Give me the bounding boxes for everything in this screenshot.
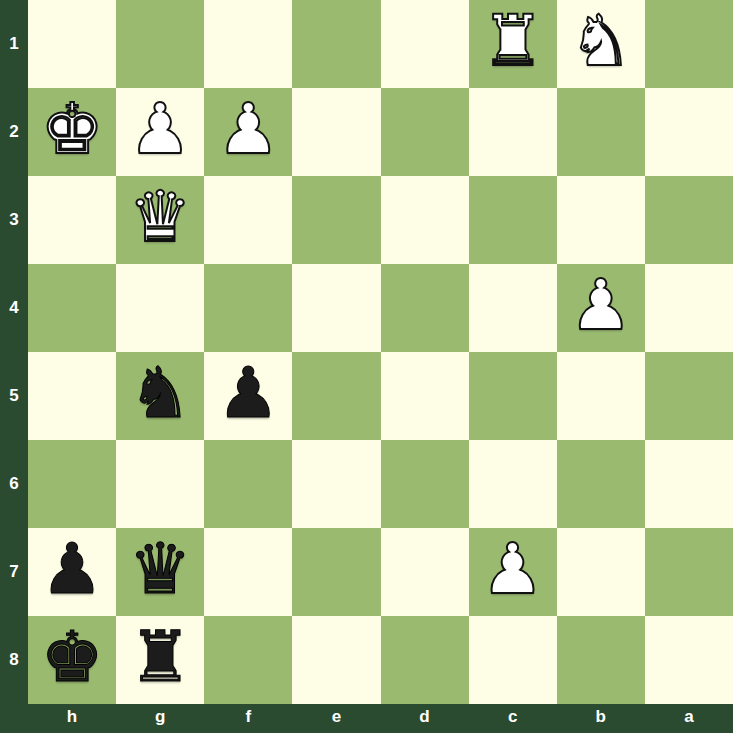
white-pawn[interactable]: ♟ (481, 525, 544, 613)
board-grid: ♜♞♚♟♟♛♟♞♟♟♛♟♚♜ (28, 0, 733, 704)
square-g4[interactable] (116, 264, 204, 352)
square-g5[interactable]: ♞ (116, 352, 204, 440)
black-knight[interactable]: ♞ (129, 349, 192, 437)
white-rook[interactable]: ♜ (481, 0, 544, 85)
square-b6[interactable] (557, 440, 645, 528)
black-queen[interactable]: ♛ (129, 525, 192, 613)
square-h5[interactable] (28, 352, 116, 440)
rank-label-3: 3 (0, 176, 28, 264)
square-a4[interactable] (645, 264, 733, 352)
square-c4[interactable] (469, 264, 557, 352)
square-d7[interactable] (381, 528, 469, 616)
square-a6[interactable] (645, 440, 733, 528)
square-f7[interactable] (204, 528, 292, 616)
square-g7[interactable]: ♛ (116, 528, 204, 616)
rank-label-5: 5 (0, 352, 28, 440)
square-c3[interactable] (469, 176, 557, 264)
square-b5[interactable] (557, 352, 645, 440)
file-label-g: g (116, 704, 204, 733)
square-f6[interactable] (204, 440, 292, 528)
square-c1[interactable]: ♜ (469, 0, 557, 88)
square-a5[interactable] (645, 352, 733, 440)
square-h6[interactable] (28, 440, 116, 528)
square-a2[interactable] (645, 88, 733, 176)
square-c2[interactable] (469, 88, 557, 176)
square-e5[interactable] (292, 352, 380, 440)
black-rook[interactable]: ♜ (129, 613, 192, 701)
square-b4[interactable]: ♟ (557, 264, 645, 352)
square-e1[interactable] (292, 0, 380, 88)
black-pawn[interactable]: ♟ (217, 349, 280, 437)
square-h3[interactable] (28, 176, 116, 264)
rank-label-6: 6 (0, 440, 28, 528)
square-b7[interactable] (557, 528, 645, 616)
file-label-c: c (469, 704, 557, 733)
square-e8[interactable] (292, 616, 380, 704)
square-a3[interactable] (645, 176, 733, 264)
square-f1[interactable] (204, 0, 292, 88)
square-c8[interactable] (469, 616, 557, 704)
white-pawn[interactable]: ♟ (217, 85, 280, 173)
square-d6[interactable] (381, 440, 469, 528)
file-label-h: h (28, 704, 116, 733)
square-d4[interactable] (381, 264, 469, 352)
square-h1[interactable] (28, 0, 116, 88)
square-g8[interactable]: ♜ (116, 616, 204, 704)
square-h4[interactable] (28, 264, 116, 352)
square-a1[interactable] (645, 0, 733, 88)
square-g3[interactable]: ♛ (116, 176, 204, 264)
square-b2[interactable] (557, 88, 645, 176)
file-label-e: e (292, 704, 380, 733)
white-queen[interactable]: ♛ (129, 173, 192, 261)
square-g2[interactable]: ♟ (116, 88, 204, 176)
rank-label-8: 8 (0, 616, 28, 704)
square-d5[interactable] (381, 352, 469, 440)
square-a8[interactable] (645, 616, 733, 704)
square-c6[interactable] (469, 440, 557, 528)
square-h2[interactable]: ♚ (28, 88, 116, 176)
square-e2[interactable] (292, 88, 380, 176)
white-king[interactable]: ♚ (41, 85, 104, 173)
board-frame-corner (0, 704, 28, 733)
square-f2[interactable]: ♟ (204, 88, 292, 176)
square-b1[interactable]: ♞ (557, 0, 645, 88)
square-a7[interactable] (645, 528, 733, 616)
file-label-a: a (645, 704, 733, 733)
rank-labels: 12345678 (0, 0, 28, 704)
square-g1[interactable] (116, 0, 204, 88)
square-d8[interactable] (381, 616, 469, 704)
rank-label-2: 2 (0, 88, 28, 176)
square-f8[interactable] (204, 616, 292, 704)
square-c7[interactable]: ♟ (469, 528, 557, 616)
white-knight[interactable]: ♞ (569, 0, 632, 85)
square-b8[interactable] (557, 616, 645, 704)
square-b3[interactable] (557, 176, 645, 264)
square-e6[interactable] (292, 440, 380, 528)
file-label-d: d (381, 704, 469, 733)
square-e7[interactable] (292, 528, 380, 616)
file-label-b: b (557, 704, 645, 733)
square-d3[interactable] (381, 176, 469, 264)
file-labels: hgfedcba (28, 704, 733, 733)
white-pawn[interactable]: ♟ (569, 261, 632, 349)
rank-label-7: 7 (0, 528, 28, 616)
black-pawn[interactable]: ♟ (41, 525, 104, 613)
square-d2[interactable] (381, 88, 469, 176)
square-f5[interactable]: ♟ (204, 352, 292, 440)
square-h7[interactable]: ♟ (28, 528, 116, 616)
rank-label-1: 1 (0, 0, 28, 88)
square-d1[interactable] (381, 0, 469, 88)
square-e3[interactable] (292, 176, 380, 264)
rank-label-4: 4 (0, 264, 28, 352)
white-pawn[interactable]: ♟ (129, 85, 192, 173)
chess-board: 12345678 ♜♞♚♟♟♛♟♞♟♟♛♟♚♜ hgfedcba (0, 0, 733, 733)
square-f4[interactable] (204, 264, 292, 352)
square-g6[interactable] (116, 440, 204, 528)
file-label-f: f (204, 704, 292, 733)
square-c5[interactable] (469, 352, 557, 440)
square-h8[interactable]: ♚ (28, 616, 116, 704)
black-king[interactable]: ♚ (41, 613, 104, 701)
square-e4[interactable] (292, 264, 380, 352)
square-f3[interactable] (204, 176, 292, 264)
